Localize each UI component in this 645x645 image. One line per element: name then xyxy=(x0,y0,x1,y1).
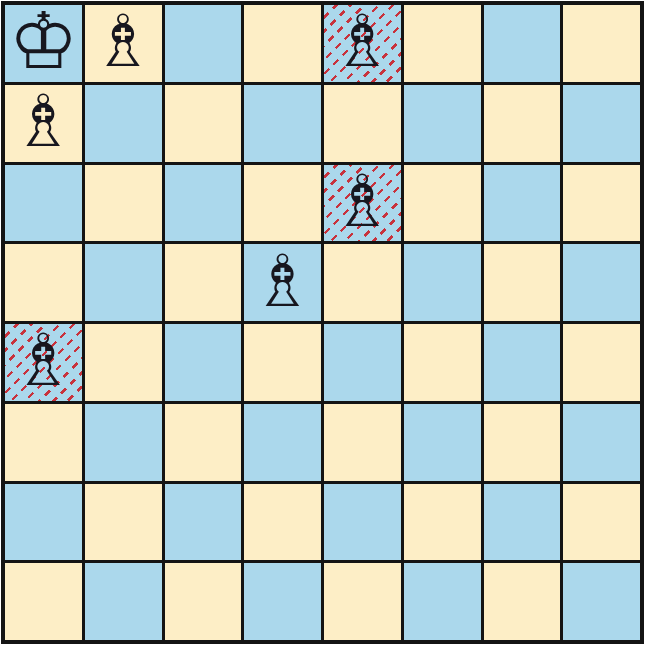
square-a2[interactable] xyxy=(5,484,82,561)
square-b8[interactable]: ♗ xyxy=(85,5,162,82)
square-e4[interactable] xyxy=(324,324,401,401)
square-e1[interactable] xyxy=(324,563,401,640)
white-bishop-icon: ♗ xyxy=(11,85,76,157)
square-f7[interactable] xyxy=(404,85,481,162)
square-h3[interactable] xyxy=(563,404,640,481)
square-h2[interactable] xyxy=(563,484,640,561)
square-a4[interactable]: ♗ xyxy=(5,324,82,401)
square-c1[interactable] xyxy=(165,563,242,640)
square-e7[interactable] xyxy=(324,85,401,162)
square-g3[interactable] xyxy=(484,404,561,481)
square-b4[interactable] xyxy=(85,324,162,401)
square-g1[interactable] xyxy=(484,563,561,640)
square-c5[interactable] xyxy=(165,244,242,321)
square-b6[interactable] xyxy=(85,165,162,242)
square-b1[interactable] xyxy=(85,563,162,640)
square-d3[interactable] xyxy=(244,404,321,481)
square-d1[interactable] xyxy=(244,563,321,640)
square-f6[interactable] xyxy=(404,165,481,242)
square-c3[interactable] xyxy=(165,404,242,481)
square-h8[interactable] xyxy=(563,5,640,82)
square-e6[interactable]: ♗ xyxy=(324,165,401,242)
white-king-icon: ♔ xyxy=(8,5,78,80)
square-a1[interactable] xyxy=(5,563,82,640)
square-e2[interactable] xyxy=(324,484,401,561)
white-bishop-icon: ♗ xyxy=(250,245,315,317)
square-h1[interactable] xyxy=(563,563,640,640)
square-f2[interactable] xyxy=(404,484,481,561)
white-bishop-icon: ♗ xyxy=(11,324,76,396)
square-d2[interactable] xyxy=(244,484,321,561)
square-a5[interactable] xyxy=(5,244,82,321)
white-bishop-icon: ♗ xyxy=(330,5,395,77)
square-h5[interactable] xyxy=(563,244,640,321)
square-a6[interactable] xyxy=(5,165,82,242)
square-d7[interactable] xyxy=(244,85,321,162)
square-c7[interactable] xyxy=(165,85,242,162)
square-f1[interactable] xyxy=(404,563,481,640)
square-c2[interactable] xyxy=(165,484,242,561)
square-d8[interactable] xyxy=(244,5,321,82)
white-bishop-icon: ♗ xyxy=(91,5,156,77)
square-g8[interactable] xyxy=(484,5,561,82)
chess-board: ♔♗♗♗♗♗♗ xyxy=(1,1,644,644)
square-c4[interactable] xyxy=(165,324,242,401)
square-d6[interactable] xyxy=(244,165,321,242)
square-e3[interactable] xyxy=(324,404,401,481)
square-b2[interactable] xyxy=(85,484,162,561)
square-f4[interactable] xyxy=(404,324,481,401)
square-c8[interactable] xyxy=(165,5,242,82)
square-g4[interactable] xyxy=(484,324,561,401)
square-g2[interactable] xyxy=(484,484,561,561)
square-d5[interactable]: ♗ xyxy=(244,244,321,321)
square-a7[interactable]: ♗ xyxy=(5,85,82,162)
square-e5[interactable] xyxy=(324,244,401,321)
square-e8[interactable]: ♗ xyxy=(324,5,401,82)
square-a8[interactable]: ♔ xyxy=(5,5,82,82)
square-g7[interactable] xyxy=(484,85,561,162)
white-bishop-icon: ♗ xyxy=(330,165,395,237)
square-c6[interactable] xyxy=(165,165,242,242)
square-f8[interactable] xyxy=(404,5,481,82)
square-b3[interactable] xyxy=(85,404,162,481)
square-f3[interactable] xyxy=(404,404,481,481)
square-h4[interactable] xyxy=(563,324,640,401)
square-a3[interactable] xyxy=(5,404,82,481)
square-g5[interactable] xyxy=(484,244,561,321)
square-g6[interactable] xyxy=(484,165,561,242)
square-b5[interactable] xyxy=(85,244,162,321)
square-b7[interactable] xyxy=(85,85,162,162)
square-h7[interactable] xyxy=(563,85,640,162)
square-h6[interactable] xyxy=(563,165,640,242)
square-f5[interactable] xyxy=(404,244,481,321)
square-d4[interactable] xyxy=(244,324,321,401)
chess-diagram: ♔♗♗♗♗♗♗ xyxy=(0,1,645,645)
